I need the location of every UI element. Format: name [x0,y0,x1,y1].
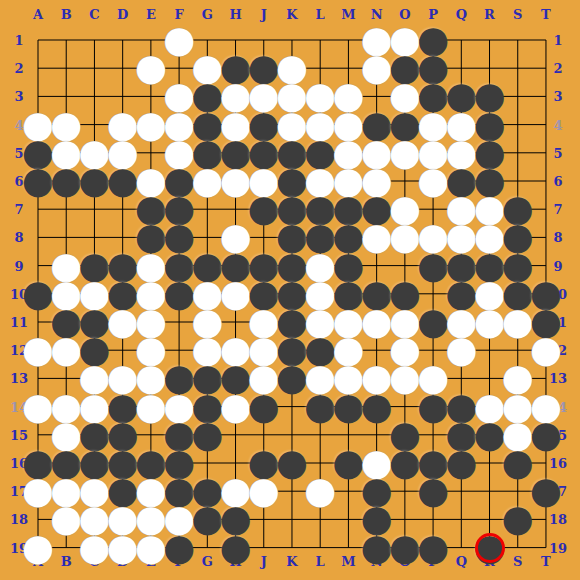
col-label-top-G: G [202,7,213,22]
row-label-right-2: 2 [553,61,562,76]
col-label-top-J: J [261,7,267,22]
col-label-top-S: S [513,7,522,22]
row-label-right-14: 14 [549,399,567,414]
row-label-right-3: 3 [553,89,562,104]
board-grid [0,0,580,580]
row-label-left-17: 17 [10,484,28,499]
go-board[interactable]: AABBCCDDEEFFGGHHJJKKLLMMNNOOPPQQRRSSTT11… [0,0,580,580]
row-label-right-13: 13 [549,371,567,386]
row-label-left-7: 7 [14,202,23,217]
col-label-top-D: D [117,7,128,22]
row-label-left-16: 16 [10,456,28,471]
col-label-top-C: C [89,7,99,22]
row-label-right-19: 19 [549,540,567,555]
col-label-bottom-P: P [428,554,438,569]
col-label-top-A: A [33,7,43,22]
col-label-top-L: L [316,7,325,22]
row-label-left-13: 13 [10,371,28,386]
col-label-bottom-B: B [61,554,72,569]
row-label-right-8: 8 [553,230,562,245]
col-label-bottom-M: M [341,554,355,569]
col-label-bottom-C: C [89,554,99,569]
row-label-left-19: 19 [10,540,28,555]
row-label-right-5: 5 [553,145,562,160]
row-label-left-9: 9 [14,258,23,273]
col-label-bottom-G: G [202,554,213,569]
row-label-right-10: 10 [549,286,567,301]
col-label-top-F: F [174,7,183,22]
col-label-top-T: T [541,7,551,22]
row-label-left-8: 8 [14,230,23,245]
col-label-bottom-A: A [33,554,43,569]
row-label-left-12: 12 [10,343,28,358]
col-label-top-Q: Q [456,7,467,22]
row-label-left-5: 5 [14,145,23,160]
row-label-right-9: 9 [553,258,562,273]
row-label-right-1: 1 [553,33,562,48]
row-label-right-15: 15 [549,427,567,442]
col-label-top-B: B [61,7,72,22]
col-label-bottom-R: R [484,554,495,569]
col-label-bottom-Q: Q [456,554,467,569]
col-label-bottom-T: T [541,554,551,569]
col-label-bottom-E: E [146,554,156,569]
col-label-bottom-O: O [399,554,410,569]
row-label-left-2: 2 [14,61,23,76]
row-label-left-1: 1 [14,33,23,48]
row-label-left-3: 3 [14,89,23,104]
col-label-top-O: O [399,7,410,22]
col-label-top-P: P [428,7,438,22]
row-label-right-18: 18 [549,512,567,527]
row-label-left-10: 10 [10,286,28,301]
row-label-right-4: 4 [553,117,562,132]
col-label-top-R: R [484,7,495,22]
row-label-left-18: 18 [10,512,28,527]
row-label-left-14: 14 [10,399,28,414]
row-label-right-17: 17 [549,484,567,499]
col-label-bottom-N: N [371,554,383,569]
col-label-bottom-K: K [286,554,297,569]
col-label-bottom-J: J [261,554,267,569]
row-label-left-11: 11 [10,315,28,330]
row-label-left-6: 6 [14,174,23,189]
col-label-bottom-L: L [316,554,325,569]
col-label-top-N: N [371,7,383,22]
col-label-top-E: E [146,7,156,22]
col-label-bottom-F: F [174,554,183,569]
col-label-bottom-H: H [229,554,241,569]
row-label-right-6: 6 [553,174,562,189]
row-label-right-11: 11 [549,315,567,330]
col-label-bottom-D: D [117,554,128,569]
row-label-right-16: 16 [549,456,567,471]
col-label-top-K: K [286,7,297,22]
row-label-right-7: 7 [553,202,562,217]
row-label-left-4: 4 [14,117,23,132]
col-label-top-H: H [229,7,241,22]
row-label-left-15: 15 [10,427,28,442]
col-label-bottom-S: S [513,554,522,569]
row-label-right-12: 12 [549,343,567,358]
col-label-top-M: M [341,7,355,22]
